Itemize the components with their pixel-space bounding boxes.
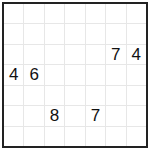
cell-r4c6[interactable]	[106, 65, 125, 84]
cell-r6c2[interactable]	[24, 106, 43, 125]
clue-cell-r4c1: 4	[4, 65, 23, 84]
cell-r3c2[interactable]	[24, 45, 43, 64]
cell-r2c2[interactable]	[24, 24, 43, 43]
cell-r6c6[interactable]	[106, 106, 125, 125]
clue-cell-r3c6: 7	[106, 45, 125, 64]
cell-r1c6[interactable]	[106, 4, 125, 23]
cell-r5c7[interactable]	[127, 86, 146, 105]
cell-r4c5[interactable]	[86, 65, 105, 84]
cell-r6c7[interactable]	[127, 106, 146, 125]
clue-cell-r6c3: 8	[45, 106, 64, 125]
cell-r7c5[interactable]	[86, 127, 105, 146]
clue-cell-r4c2: 6	[24, 65, 43, 84]
cell-r7c2[interactable]	[24, 127, 43, 146]
cell-r1c4[interactable]	[65, 4, 84, 23]
cell-r3c3[interactable]	[45, 45, 64, 64]
cell-r1c7[interactable]	[127, 4, 146, 23]
cell-r3c5[interactable]	[86, 45, 105, 64]
clue-cell-r3c7: 4	[127, 45, 146, 64]
cell-r4c4[interactable]	[65, 65, 84, 84]
cell-r2c6[interactable]	[106, 24, 125, 43]
puzzle-board: 744687	[2, 2, 148, 148]
cell-r2c4[interactable]	[65, 24, 84, 43]
cell-r2c5[interactable]	[86, 24, 105, 43]
cell-r4c3[interactable]	[45, 65, 64, 84]
cell-r7c6[interactable]	[106, 127, 125, 146]
page-background: 744687	[0, 0, 150, 150]
clue-cell-r6c5: 7	[86, 106, 105, 125]
cell-r5c3[interactable]	[45, 86, 64, 105]
cell-r3c1[interactable]	[4, 45, 23, 64]
cell-r1c2[interactable]	[24, 4, 43, 23]
cell-r7c7[interactable]	[127, 127, 146, 146]
cell-r2c7[interactable]	[127, 24, 146, 43]
cell-r7c4[interactable]	[65, 127, 84, 146]
cell-r6c4[interactable]	[65, 106, 84, 125]
cell-r5c4[interactable]	[65, 86, 84, 105]
cell-r2c1[interactable]	[4, 24, 23, 43]
cell-r5c5[interactable]	[86, 86, 105, 105]
cell-r2c3[interactable]	[45, 24, 64, 43]
cell-r7c3[interactable]	[45, 127, 64, 146]
cell-r1c3[interactable]	[45, 4, 64, 23]
cell-r4c7[interactable]	[127, 65, 146, 84]
cell-r5c1[interactable]	[4, 86, 23, 105]
cell-r7c1[interactable]	[4, 127, 23, 146]
cell-r3c4[interactable]	[65, 45, 84, 64]
cell-r6c1[interactable]	[4, 106, 23, 125]
cell-r1c5[interactable]	[86, 4, 105, 23]
cell-r5c2[interactable]	[24, 86, 43, 105]
cell-r5c6[interactable]	[106, 86, 125, 105]
cell-r1c1[interactable]	[4, 4, 23, 23]
